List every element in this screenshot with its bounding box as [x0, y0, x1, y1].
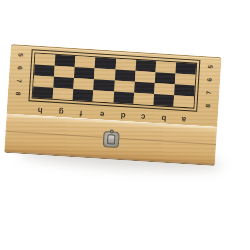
board-square: [113, 92, 134, 104]
chess-board-grid: [32, 52, 198, 108]
file-label: d: [112, 108, 133, 122]
file-label: f: [71, 105, 92, 119]
rank-label: 5: [17, 53, 24, 57]
rank-label: 5: [208, 65, 215, 69]
rank-label: 7: [15, 79, 22, 83]
product-photo: 5678 5678 hgfedcba: [0, 0, 250, 250]
board-lid: 5678 5678 hgfedcba: [7, 44, 222, 127]
board-square: [93, 90, 114, 102]
rank-label: 8: [15, 92, 22, 96]
board-square: [153, 94, 174, 106]
file-label: c: [132, 109, 153, 123]
board-frame: [28, 49, 200, 112]
board-square: [53, 88, 74, 100]
file-label: h: [30, 102, 51, 116]
board-square: [73, 89, 94, 101]
file-label: g: [50, 104, 71, 118]
rank-label: 8: [205, 104, 212, 108]
board-square: [33, 86, 54, 98]
chess-box: 5678 5678 hgfedcba: [4, 44, 221, 166]
clasp-arm: [106, 134, 115, 144]
rank-labels-left: 5678: [7, 48, 30, 101]
board-square: [173, 95, 194, 107]
metal-clasp-icon: [99, 129, 122, 150]
file-label: a: [174, 111, 195, 125]
file-label: e: [91, 106, 112, 120]
rank-label: 6: [16, 66, 23, 70]
file-label: b: [153, 110, 174, 124]
board-square: [133, 93, 154, 105]
rank-label: 7: [206, 91, 213, 95]
rank-label: 6: [207, 78, 214, 82]
rank-labels-right: 5678: [198, 60, 221, 113]
